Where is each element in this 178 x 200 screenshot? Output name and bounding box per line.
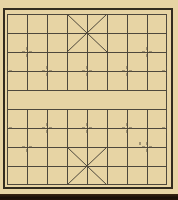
bottom-edge-bar (0, 194, 178, 200)
board-grid[interactable] (7, 14, 167, 185)
xiangqi-app-screen (0, 0, 178, 200)
